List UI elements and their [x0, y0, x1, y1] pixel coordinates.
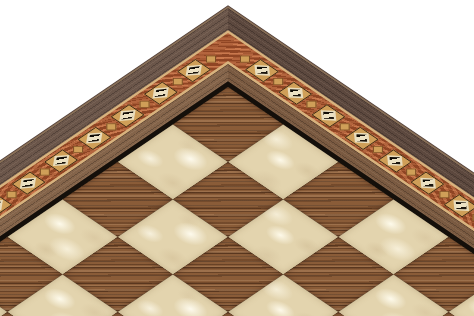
motif-black-diamond — [115, 107, 140, 124]
inlay-spacer-diamond — [106, 123, 116, 130]
inlay-spacer-diamond — [373, 146, 383, 153]
inlay-spacer-diamond — [440, 191, 450, 198]
motif-black-diamond — [48, 152, 73, 169]
inlay-spacer-diamond — [73, 146, 83, 153]
motif-black-diamond — [415, 174, 440, 191]
motif-black-diamond — [15, 174, 40, 191]
motif-black-diamond — [148, 84, 173, 101]
inlay-spacer-diamond — [241, 56, 251, 63]
motif-black-diamond — [283, 84, 308, 101]
inlay-spacer-diamond — [340, 123, 350, 130]
inlay-spacer-diamond — [6, 191, 16, 198]
motif-black-diamond — [316, 107, 341, 124]
motif-black-diamond — [382, 152, 407, 169]
inlay-spacer-diamond — [40, 168, 50, 175]
motif-black-diamond — [449, 197, 474, 214]
inlay-spacer-diamond — [406, 168, 416, 175]
inlay-spacer-diamond — [139, 101, 149, 108]
chessboard[interactable] — [0, 8, 474, 316]
inlay-spacer-diamond — [274, 78, 284, 85]
motif-black-diamond — [82, 129, 107, 146]
inlay-spacer-diamond — [205, 56, 215, 63]
motif-black-diamond — [250, 62, 275, 79]
board-perspective-wrapper — [0, 8, 474, 316]
motif-black-diamond — [349, 129, 374, 146]
motif-black-diamond — [181, 62, 206, 79]
inlay-spacer-diamond — [172, 78, 182, 85]
scene-white-background — [0, 0, 474, 316]
inlay-spacer-diamond — [307, 101, 317, 108]
